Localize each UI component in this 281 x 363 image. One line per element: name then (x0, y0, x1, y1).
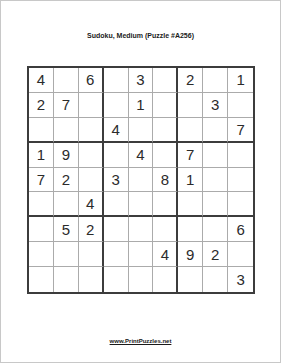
cell-r5c1[interactable]: 7 (29, 168, 54, 193)
cell-r3c1[interactable] (29, 118, 54, 143)
cell-r4c9[interactable] (228, 143, 253, 168)
cell-r2c4[interactable] (104, 93, 129, 118)
cell-r4c5[interactable]: 4 (129, 143, 154, 168)
cell-r7c5[interactable] (129, 217, 154, 242)
cell-r6c7[interactable] (178, 192, 203, 217)
cell-r2c7[interactable] (178, 93, 203, 118)
cell-r6c9[interactable] (228, 192, 253, 217)
cell-r5c8[interactable] (203, 168, 228, 193)
cell-r5c4[interactable]: 3 (104, 168, 129, 193)
cell-r3c8[interactable] (203, 118, 228, 143)
cell-r8c3[interactable] (79, 242, 104, 267)
cell-r8c5[interactable] (129, 242, 154, 267)
cell-r6c4[interactable] (104, 192, 129, 217)
cell-r5c5[interactable] (129, 168, 154, 193)
cell-r8c8[interactable]: 2 (203, 242, 228, 267)
cell-r5c9[interactable] (228, 168, 253, 193)
cell-r7c1[interactable] (29, 217, 54, 242)
cell-r3c6[interactable] (153, 118, 178, 143)
cell-r7c9[interactable]: 6 (228, 217, 253, 242)
cell-r1c7[interactable]: 2 (178, 68, 203, 93)
cell-r3c9[interactable]: 7 (228, 118, 253, 143)
cell-r9c4[interactable] (104, 267, 129, 292)
cell-r6c6[interactable] (153, 192, 178, 217)
cell-r5c6[interactable]: 8 (153, 168, 178, 193)
cell-r3c5[interactable] (129, 118, 154, 143)
cell-r5c3[interactable] (79, 168, 104, 193)
cell-r4c2[interactable]: 9 (54, 143, 79, 168)
puzzle-title: Sudoku, Medium (Puzzle #A256) (1, 32, 280, 39)
cell-r8c6[interactable]: 4 (153, 242, 178, 267)
cell-r4c7[interactable]: 7 (178, 143, 203, 168)
cell-r4c3[interactable] (79, 143, 104, 168)
cell-r5c2[interactable]: 2 (54, 168, 79, 193)
cell-r1c3[interactable]: 6 (79, 68, 104, 93)
cell-r1c8[interactable] (203, 68, 228, 93)
cell-r9c2[interactable] (54, 267, 79, 292)
cell-r1c6[interactable] (153, 68, 178, 93)
cell-r9c6[interactable] (153, 267, 178, 292)
cell-r4c1[interactable]: 1 (29, 143, 54, 168)
cell-r2c1[interactable]: 2 (29, 93, 54, 118)
cell-r6c5[interactable] (129, 192, 154, 217)
cell-r7c6[interactable] (153, 217, 178, 242)
cell-r1c1[interactable]: 4 (29, 68, 54, 93)
cell-r9c7[interactable] (178, 267, 203, 292)
cell-r6c1[interactable] (29, 192, 54, 217)
cell-r3c4[interactable]: 4 (104, 118, 129, 143)
cell-r2c9[interactable] (228, 93, 253, 118)
sudoku-board: 4632127134719477238145264923 (27, 66, 255, 294)
cell-r6c3[interactable]: 4 (79, 192, 104, 217)
cell-r8c2[interactable] (54, 242, 79, 267)
cell-r6c2[interactable] (54, 192, 79, 217)
cell-r4c8[interactable] (203, 143, 228, 168)
cell-r7c4[interactable] (104, 217, 129, 242)
cell-r2c6[interactable] (153, 93, 178, 118)
cell-r1c5[interactable]: 3 (129, 68, 154, 93)
cell-r4c4[interactable] (104, 143, 129, 168)
cell-r8c4[interactable] (104, 242, 129, 267)
cell-r9c5[interactable] (129, 267, 154, 292)
footer-url: www.PrintPuzzles.net (1, 338, 280, 344)
cell-r1c9[interactable]: 1 (228, 68, 253, 93)
cell-r8c7[interactable]: 9 (178, 242, 203, 267)
cell-r8c1[interactable] (29, 242, 54, 267)
printable-sudoku-page: Sudoku, Medium (Puzzle #A256) 4632127134… (0, 0, 281, 363)
cell-r9c1[interactable] (29, 267, 54, 292)
cell-r4c6[interactable] (153, 143, 178, 168)
cell-r1c2[interactable] (54, 68, 79, 93)
cell-r2c2[interactable]: 7 (54, 93, 79, 118)
cell-r3c2[interactable] (54, 118, 79, 143)
cell-r5c7[interactable]: 1 (178, 168, 203, 193)
cell-r8c9[interactable] (228, 242, 253, 267)
cell-r9c3[interactable] (79, 267, 104, 292)
cell-r7c2[interactable]: 5 (54, 217, 79, 242)
cell-r9c9[interactable]: 3 (228, 267, 253, 292)
cell-r9c8[interactable] (203, 267, 228, 292)
cell-r1c4[interactable] (104, 68, 129, 93)
cell-r3c7[interactable] (178, 118, 203, 143)
cell-r3c3[interactable] (79, 118, 104, 143)
cell-r6c8[interactable] (203, 192, 228, 217)
cell-r7c3[interactable]: 2 (79, 217, 104, 242)
cell-r2c3[interactable] (79, 93, 104, 118)
cell-r2c5[interactable]: 1 (129, 93, 154, 118)
cell-r2c8[interactable]: 3 (203, 93, 228, 118)
cell-r7c7[interactable] (178, 217, 203, 242)
cell-r7c8[interactable] (203, 217, 228, 242)
